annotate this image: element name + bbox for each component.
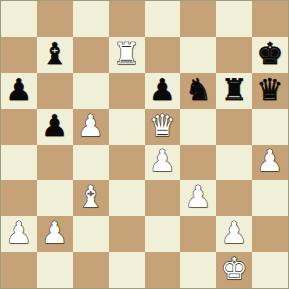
square-d8[interactable]	[109, 1, 145, 37]
piece-white-pawn[interactable]: ♟	[1, 215, 37, 251]
square-g6[interactable]: ♜	[216, 73, 252, 109]
piece-white-pawn[interactable]: ♟	[180, 179, 216, 215]
square-e7[interactable]	[145, 37, 181, 73]
square-e2[interactable]	[145, 216, 181, 252]
square-d5[interactable]	[109, 109, 145, 145]
piece-white-pawn[interactable]: ♟	[252, 144, 288, 180]
square-h3[interactable]	[252, 180, 288, 216]
piece-white-rook[interactable]: ♜	[109, 36, 145, 72]
square-c2[interactable]	[73, 216, 109, 252]
square-f5[interactable]	[180, 109, 216, 145]
square-f7[interactable]	[180, 37, 216, 73]
piece-black-pawn[interactable]: ♟	[145, 72, 181, 108]
square-g8[interactable]	[216, 1, 252, 37]
square-a1[interactable]	[1, 252, 37, 288]
piece-black-knight[interactable]: ♞	[180, 72, 216, 108]
square-f8[interactable]	[180, 1, 216, 37]
square-g3[interactable]	[216, 180, 252, 216]
square-f6[interactable]: ♞	[180, 73, 216, 109]
square-a6[interactable]: ♟	[1, 73, 37, 109]
square-g5[interactable]	[216, 109, 252, 145]
square-b7[interactable]: ♝	[37, 37, 73, 73]
square-g1[interactable]: ♚	[216, 252, 252, 288]
square-h6[interactable]: ♛	[252, 73, 288, 109]
square-c3[interactable]: ♝	[73, 180, 109, 216]
square-h4[interactable]: ♟	[252, 145, 288, 181]
square-h2[interactable]	[252, 216, 288, 252]
square-c6[interactable]	[73, 73, 109, 109]
square-a5[interactable]	[1, 109, 37, 145]
square-f1[interactable]	[180, 252, 216, 288]
square-b4[interactable]	[37, 145, 73, 181]
square-b5[interactable]: ♟	[37, 109, 73, 145]
square-g7[interactable]	[216, 37, 252, 73]
piece-white-pawn[interactable]: ♟	[37, 215, 73, 251]
square-a3[interactable]	[1, 180, 37, 216]
piece-white-pawn[interactable]: ♟	[216, 215, 252, 251]
square-c4[interactable]	[73, 145, 109, 181]
square-f4[interactable]	[180, 145, 216, 181]
square-b3[interactable]	[37, 180, 73, 216]
square-c8[interactable]	[73, 1, 109, 37]
square-e8[interactable]	[145, 1, 181, 37]
square-c5[interactable]: ♟	[73, 109, 109, 145]
square-d7[interactable]: ♜	[109, 37, 145, 73]
piece-white-pawn[interactable]: ♟	[73, 108, 109, 144]
piece-white-bishop[interactable]: ♝	[73, 179, 109, 215]
piece-black-pawn[interactable]: ♟	[37, 108, 73, 144]
piece-white-king[interactable]: ♚	[216, 251, 252, 287]
square-h5[interactable]	[252, 109, 288, 145]
square-a8[interactable]	[1, 1, 37, 37]
piece-black-king[interactable]: ♚	[252, 36, 288, 72]
square-f2[interactable]	[180, 216, 216, 252]
square-f3[interactable]: ♟	[180, 180, 216, 216]
square-a2[interactable]: ♟	[1, 216, 37, 252]
square-d4[interactable]	[109, 145, 145, 181]
square-d1[interactable]	[109, 252, 145, 288]
square-a7[interactable]	[1, 37, 37, 73]
piece-black-queen[interactable]: ♛	[252, 72, 288, 108]
chess-board: ♝♜♚♟♟♞♜♛♟♟♛♟♟♝♟♟♟♟♚	[0, 0, 289, 289]
square-b6[interactable]	[37, 73, 73, 109]
square-h8[interactable]	[252, 1, 288, 37]
piece-black-rook[interactable]: ♜	[216, 72, 252, 108]
square-g4[interactable]	[216, 145, 252, 181]
square-d6[interactable]	[109, 73, 145, 109]
square-c1[interactable]	[73, 252, 109, 288]
square-b2[interactable]: ♟	[37, 216, 73, 252]
square-g2[interactable]: ♟	[216, 216, 252, 252]
square-d2[interactable]	[109, 216, 145, 252]
square-e4[interactable]: ♟	[145, 145, 181, 181]
square-h1[interactable]	[252, 252, 288, 288]
square-e5[interactable]: ♛	[145, 109, 181, 145]
square-b1[interactable]	[37, 252, 73, 288]
square-e6[interactable]: ♟	[145, 73, 181, 109]
square-d3[interactable]	[109, 180, 145, 216]
piece-white-queen[interactable]: ♛	[145, 108, 181, 144]
piece-white-pawn[interactable]: ♟	[145, 144, 181, 180]
square-a4[interactable]	[1, 145, 37, 181]
piece-black-pawn[interactable]: ♟	[1, 72, 37, 108]
piece-black-bishop[interactable]: ♝	[37, 36, 73, 72]
square-e1[interactable]	[145, 252, 181, 288]
square-e3[interactable]	[145, 180, 181, 216]
square-b8[interactable]	[37, 1, 73, 37]
square-c7[interactable]	[73, 37, 109, 73]
square-h7[interactable]: ♚	[252, 37, 288, 73]
